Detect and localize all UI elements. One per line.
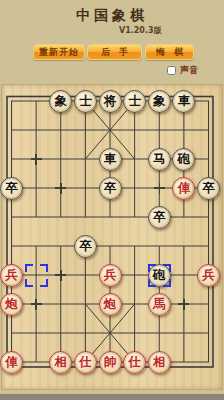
piece-black[interactable]: 車 <box>99 148 122 171</box>
piece-black[interactable]: 卒 <box>99 177 122 200</box>
piece-red[interactable]: 兵 <box>0 264 23 287</box>
piece-black[interactable]: 卒 <box>0 177 23 200</box>
point-marker <box>55 183 66 194</box>
piece-black[interactable]: 砲 <box>148 264 171 287</box>
board-grid: 象士将士象車車马砲卒卒俥卒卒卒兵兵砲兵炮炮馬俥相仕帥仕相 <box>0 87 221 377</box>
app-window: 中国象棋 V1.20.3版 重新开始 后 手 悔 棋 声音 象士将士象車車马砲卒… <box>0 0 224 400</box>
piece-red[interactable]: 炮 <box>0 293 23 316</box>
point-marker <box>154 183 165 194</box>
piece-black[interactable]: 卒 <box>74 235 97 258</box>
piece-red[interactable]: 仕 <box>123 351 146 374</box>
piece-red[interactable]: 馬 <box>148 293 171 316</box>
point-marker <box>31 299 42 310</box>
point-marker <box>55 270 66 281</box>
piece-red[interactable]: 俥 <box>0 351 23 374</box>
piece-red[interactable]: 帥 <box>99 351 122 374</box>
piece-black[interactable]: 士 <box>123 90 146 113</box>
piece-red[interactable]: 兵 <box>99 264 122 287</box>
piece-black[interactable]: 象 <box>49 90 72 113</box>
piece-red[interactable]: 兵 <box>197 264 220 287</box>
piece-black[interactable]: 马 <box>148 148 171 171</box>
move-from-highlight <box>25 264 48 287</box>
piece-red[interactable]: 相 <box>148 351 171 374</box>
point-marker <box>178 299 189 310</box>
point-marker <box>31 154 42 165</box>
piece-black[interactable]: 車 <box>172 90 195 113</box>
piece-black[interactable]: 卒 <box>148 206 171 229</box>
piece-red[interactable]: 相 <box>49 351 72 374</box>
piece-black[interactable]: 将 <box>99 90 122 113</box>
piece-black[interactable]: 象 <box>148 90 171 113</box>
piece-red[interactable]: 仕 <box>74 351 97 374</box>
bottom-bar <box>0 394 224 400</box>
piece-red[interactable]: 俥 <box>172 177 195 200</box>
piece-black[interactable]: 卒 <box>197 177 220 200</box>
piece-red[interactable]: 炮 <box>99 293 122 316</box>
piece-black[interactable]: 士 <box>74 90 97 113</box>
piece-black[interactable]: 砲 <box>172 148 195 171</box>
